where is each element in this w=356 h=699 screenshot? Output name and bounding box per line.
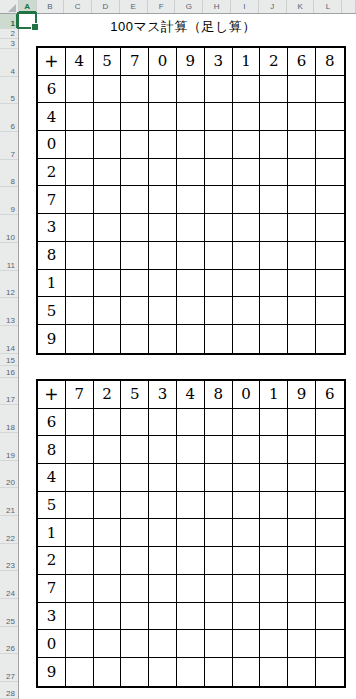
answer-cell[interactable] xyxy=(149,547,177,575)
answer-cell[interactable] xyxy=(288,159,316,187)
answer-cell[interactable] xyxy=(288,519,316,547)
answer-cell[interactable] xyxy=(121,159,149,187)
answer-cell[interactable] xyxy=(94,186,122,214)
answer-cell[interactable] xyxy=(233,464,261,492)
answer-cell[interactable] xyxy=(316,76,344,104)
answer-cell[interactable] xyxy=(205,131,233,159)
answer-cell[interactable] xyxy=(177,630,205,658)
grid-row-header[interactable]: 9 xyxy=(38,658,66,686)
answer-cell[interactable] xyxy=(260,603,288,631)
grid-col-header[interactable]: 2 xyxy=(94,381,122,409)
answer-cell[interactable] xyxy=(316,186,344,214)
answer-cell[interactable] xyxy=(66,658,94,686)
answer-cell[interactable] xyxy=(288,214,316,242)
grid-col-header[interactable]: 4 xyxy=(66,48,94,76)
answer-cell[interactable] xyxy=(149,76,177,104)
answer-cell[interactable] xyxy=(288,131,316,159)
answer-cell[interactable] xyxy=(66,436,94,464)
answer-cell[interactable] xyxy=(288,547,316,575)
answer-cell[interactable] xyxy=(121,103,149,131)
grid-col-header[interactable]: 9 xyxy=(288,381,316,409)
answer-cell[interactable] xyxy=(149,492,177,520)
spreadsheet: ABCDEFGHIJKL 123456789101112131415161718… xyxy=(0,0,356,699)
row-header-20[interactable]: 20 xyxy=(0,461,18,489)
answer-cell[interactable] xyxy=(94,436,122,464)
row-header-2[interactable]: 2 xyxy=(0,29,18,39)
answer-cell[interactable] xyxy=(121,131,149,159)
answer-cell[interactable] xyxy=(316,603,344,631)
answer-cell[interactable] xyxy=(260,103,288,131)
answer-cell[interactable] xyxy=(288,630,316,658)
answer-cell[interactable] xyxy=(288,409,316,437)
answer-cell[interactable] xyxy=(66,270,94,298)
answer-cell[interactable] xyxy=(316,409,344,437)
answer-cell[interactable] xyxy=(233,242,261,270)
grid-col-header[interactable]: 1 xyxy=(260,381,288,409)
answer-cell[interactable] xyxy=(260,658,288,686)
column-header-E[interactable]: E xyxy=(120,0,148,13)
addition-grid-upper: +45709312686402738159 xyxy=(36,46,346,355)
answer-cell[interactable] xyxy=(66,409,94,437)
answer-cell[interactable] xyxy=(260,214,288,242)
answer-cell[interactable] xyxy=(66,242,94,270)
answer-cell[interactable] xyxy=(94,297,122,325)
answer-cell[interactable] xyxy=(288,575,316,603)
answer-cell[interactable] xyxy=(121,519,149,547)
fill-handle[interactable] xyxy=(31,23,39,31)
answer-cell[interactable] xyxy=(149,159,177,187)
select-all-icon xyxy=(8,4,16,12)
answer-cell[interactable] xyxy=(66,325,94,353)
grid-row-header[interactable]: 7 xyxy=(38,575,66,603)
answer-cell[interactable] xyxy=(316,547,344,575)
row-header-7[interactable]: 7 xyxy=(0,132,18,160)
answer-cell[interactable] xyxy=(177,214,205,242)
row-header-24[interactable]: 24 xyxy=(0,571,18,599)
grid-row-header[interactable]: 2 xyxy=(38,547,66,575)
answer-cell[interactable] xyxy=(177,519,205,547)
answer-cell[interactable] xyxy=(94,547,122,575)
answer-cell[interactable] xyxy=(66,76,94,104)
answer-cell[interactable] xyxy=(121,297,149,325)
answer-cell[interactable] xyxy=(149,658,177,686)
answer-cell[interactable] xyxy=(233,658,261,686)
answer-cell[interactable] xyxy=(205,464,233,492)
answer-cell[interactable] xyxy=(121,630,149,658)
answer-cell[interactable] xyxy=(94,519,122,547)
grid-row-header[interactable]: 8 xyxy=(38,242,66,270)
answer-cell[interactable] xyxy=(94,103,122,131)
grid-col-header[interactable]: 3 xyxy=(149,381,177,409)
grid-col-header[interactable]: 7 xyxy=(66,381,94,409)
column-header-row: ABCDEFGHIJKL xyxy=(0,0,356,14)
answer-cell[interactable] xyxy=(177,464,205,492)
row-header-25[interactable]: 25 xyxy=(0,599,18,627)
answer-cell[interactable] xyxy=(149,214,177,242)
grid-row-header[interactable]: 2 xyxy=(38,159,66,187)
grid-row-header[interactable]: 5 xyxy=(38,492,66,520)
answer-cell[interactable] xyxy=(177,131,205,159)
answer-cell[interactable] xyxy=(149,630,177,658)
answer-cell[interactable] xyxy=(121,436,149,464)
grid-col-header[interactable]: 4 xyxy=(177,381,205,409)
answer-cell[interactable] xyxy=(94,464,122,492)
column-header-I[interactable]: I xyxy=(231,0,259,13)
grid-row-header[interactable]: 0 xyxy=(38,630,66,658)
column-header-C[interactable]: C xyxy=(64,0,92,13)
row-header-3[interactable]: 3 xyxy=(0,39,18,49)
answer-cell[interactable] xyxy=(260,492,288,520)
grid-row-header[interactable]: 0 xyxy=(38,131,66,159)
row-header-5[interactable]: 5 xyxy=(0,77,18,105)
answer-cell[interactable] xyxy=(177,76,205,104)
answer-cell[interactable] xyxy=(260,409,288,437)
answer-cell[interactable] xyxy=(260,436,288,464)
row-header-1[interactable]: 1 xyxy=(0,14,18,29)
operator-cell[interactable]: + xyxy=(38,48,66,76)
grid-row-header[interactable]: 5 xyxy=(38,297,66,325)
worksheet-title[interactable]: 100マス計算（足し算） xyxy=(30,20,336,34)
answer-cell[interactable] xyxy=(260,159,288,187)
grid-row-header[interactable]: 3 xyxy=(38,214,66,242)
answer-cell[interactable] xyxy=(233,630,261,658)
answer-cell[interactable] xyxy=(94,131,122,159)
answer-cell[interactable] xyxy=(121,603,149,631)
answer-cell[interactable] xyxy=(177,270,205,298)
answer-cell[interactable] xyxy=(288,297,316,325)
grid-col-header[interactable]: 1 xyxy=(233,48,261,76)
answer-cell[interactable] xyxy=(66,492,94,520)
answer-cell[interactable] xyxy=(121,575,149,603)
row-header-18[interactable]: 18 xyxy=(0,405,18,433)
grid-col-header[interactable]: 0 xyxy=(233,381,261,409)
answer-cell[interactable] xyxy=(260,242,288,270)
answer-cell[interactable] xyxy=(233,103,261,131)
answer-cell[interactable] xyxy=(205,186,233,214)
grid-row-header[interactable]: 6 xyxy=(38,76,66,104)
answer-cell[interactable] xyxy=(233,436,261,464)
answer-cell[interactable] xyxy=(121,464,149,492)
row-header-6[interactable]: 6 xyxy=(0,104,18,132)
answer-cell[interactable] xyxy=(205,436,233,464)
answer-cell[interactable] xyxy=(66,159,94,187)
answer-cell[interactable] xyxy=(205,242,233,270)
answer-cell[interactable] xyxy=(94,409,122,437)
column-header-H[interactable]: H xyxy=(203,0,231,13)
answer-cell[interactable] xyxy=(233,492,261,520)
answer-cell[interactable] xyxy=(316,297,344,325)
operator-cell[interactable]: + xyxy=(38,381,66,409)
answer-cell[interactable] xyxy=(66,131,94,159)
answer-cell[interactable] xyxy=(260,186,288,214)
answer-cell[interactable] xyxy=(66,297,94,325)
row-header-10[interactable]: 10 xyxy=(0,215,18,243)
answer-cell[interactable] xyxy=(177,409,205,437)
answer-cell[interactable] xyxy=(316,242,344,270)
answer-cell[interactable] xyxy=(260,131,288,159)
answer-cell[interactable] xyxy=(149,325,177,353)
row-header-28[interactable]: 28 xyxy=(0,682,18,699)
answer-cell[interactable] xyxy=(233,270,261,298)
answer-cell[interactable] xyxy=(316,658,344,686)
grid-row-header[interactable]: 4 xyxy=(38,464,66,492)
answer-cell[interactable] xyxy=(205,658,233,686)
answer-cell[interactable] xyxy=(177,103,205,131)
grid-row-header[interactable]: 1 xyxy=(38,270,66,298)
answer-cell[interactable] xyxy=(260,464,288,492)
answer-cell[interactable] xyxy=(288,464,316,492)
answer-cell[interactable] xyxy=(233,547,261,575)
grid-col-header[interactable]: 8 xyxy=(205,381,233,409)
answer-cell[interactable] xyxy=(205,270,233,298)
answer-cell[interactable] xyxy=(149,409,177,437)
answer-cell[interactable] xyxy=(149,242,177,270)
column-header-filler xyxy=(342,0,356,13)
answer-cell[interactable] xyxy=(66,575,94,603)
answer-cell[interactable] xyxy=(316,575,344,603)
grid-col-header[interactable]: 0 xyxy=(149,48,177,76)
row-header-4[interactable]: 4 xyxy=(0,49,18,77)
answer-cell[interactable] xyxy=(205,76,233,104)
answer-cell[interactable] xyxy=(66,214,94,242)
answer-cell[interactable] xyxy=(121,214,149,242)
answer-cell[interactable] xyxy=(316,131,344,159)
answer-cell[interactable] xyxy=(177,297,205,325)
answer-cell[interactable] xyxy=(177,186,205,214)
answer-cell[interactable] xyxy=(233,519,261,547)
answer-cell[interactable] xyxy=(177,603,205,631)
answer-cell[interactable] xyxy=(94,214,122,242)
answer-cell[interactable] xyxy=(94,492,122,520)
answer-cell[interactable] xyxy=(205,630,233,658)
row-header-15[interactable]: 15 xyxy=(0,354,18,366)
answer-cell[interactable] xyxy=(177,492,205,520)
row-header-8[interactable]: 8 xyxy=(0,160,18,188)
answer-cell[interactable] xyxy=(149,297,177,325)
column-header-G[interactable]: G xyxy=(175,0,203,13)
addition-grid-lower: +72534801966845127309 xyxy=(36,379,346,688)
answer-cell[interactable] xyxy=(288,103,316,131)
answer-cell[interactable] xyxy=(94,270,122,298)
answer-cell[interactable] xyxy=(66,519,94,547)
answer-cell[interactable] xyxy=(149,575,177,603)
answer-cell[interactable] xyxy=(260,325,288,353)
answer-cell[interactable] xyxy=(233,76,261,104)
answer-cell[interactable] xyxy=(260,547,288,575)
answer-cell[interactable] xyxy=(94,325,122,353)
answer-cell[interactable] xyxy=(177,575,205,603)
answer-cell[interactable] xyxy=(205,547,233,575)
row-header-9[interactable]: 9 xyxy=(0,187,18,215)
answer-cell[interactable] xyxy=(316,103,344,131)
answer-cell[interactable] xyxy=(233,325,261,353)
answer-cell[interactable] xyxy=(288,76,316,104)
row-header-21[interactable]: 21 xyxy=(0,488,18,516)
grid-col-header[interactable]: 6 xyxy=(316,381,344,409)
answer-cell[interactable] xyxy=(288,603,316,631)
answer-cell[interactable] xyxy=(94,575,122,603)
answer-cell[interactable] xyxy=(316,325,344,353)
answer-cell[interactable] xyxy=(260,76,288,104)
answer-cell[interactable] xyxy=(121,270,149,298)
grid-row-header[interactable]: 9 xyxy=(38,325,66,353)
answer-cell[interactable] xyxy=(94,76,122,104)
row-header-12[interactable]: 12 xyxy=(0,271,18,299)
answer-cell[interactable] xyxy=(260,575,288,603)
answer-cell[interactable] xyxy=(149,103,177,131)
answer-cell[interactable] xyxy=(316,159,344,187)
grid-col-header[interactable]: 5 xyxy=(121,381,149,409)
answer-cell[interactable] xyxy=(94,603,122,631)
answer-cell[interactable] xyxy=(205,603,233,631)
row-header-22[interactable]: 22 xyxy=(0,516,18,544)
answer-cell[interactable] xyxy=(66,547,94,575)
answer-cell[interactable] xyxy=(149,131,177,159)
grid-col-header[interactable]: 9 xyxy=(177,48,205,76)
answer-cell[interactable] xyxy=(260,270,288,298)
answer-cell[interactable] xyxy=(288,492,316,520)
answer-cell[interactable] xyxy=(66,603,94,631)
answer-cell[interactable] xyxy=(233,131,261,159)
row-header-26[interactable]: 26 xyxy=(0,627,18,655)
grid-col-header[interactable]: 8 xyxy=(316,48,344,76)
grid-col-header[interactable]: 3 xyxy=(205,48,233,76)
answer-cell[interactable] xyxy=(149,603,177,631)
answer-cell[interactable] xyxy=(121,325,149,353)
answer-cell[interactable] xyxy=(177,159,205,187)
answer-cell[interactable] xyxy=(205,325,233,353)
answer-cell[interactable] xyxy=(316,436,344,464)
answer-cell[interactable] xyxy=(177,658,205,686)
answer-cell[interactable] xyxy=(66,186,94,214)
answer-cell[interactable] xyxy=(66,103,94,131)
grid-row-header[interactable]: 6 xyxy=(38,409,66,437)
answer-cell[interactable] xyxy=(121,658,149,686)
answer-cell[interactable] xyxy=(149,519,177,547)
answer-cell[interactable] xyxy=(288,325,316,353)
grid-col-header[interactable]: 5 xyxy=(94,48,122,76)
answer-cell[interactable] xyxy=(121,492,149,520)
answer-cell[interactable] xyxy=(94,242,122,270)
answer-cell[interactable] xyxy=(233,159,261,187)
answer-cell[interactable] xyxy=(205,214,233,242)
row-header-19[interactable]: 19 xyxy=(0,433,18,461)
answer-cell[interactable] xyxy=(288,186,316,214)
answer-cell[interactable] xyxy=(149,464,177,492)
answer-cell[interactable] xyxy=(260,630,288,658)
answer-cell[interactable] xyxy=(177,436,205,464)
answer-cell[interactable] xyxy=(177,325,205,353)
answer-cell[interactable] xyxy=(260,297,288,325)
column-header-B[interactable]: B xyxy=(37,0,65,13)
column-header-D[interactable]: D xyxy=(92,0,120,13)
grid-row-header[interactable]: 1 xyxy=(38,519,66,547)
answer-cell[interactable] xyxy=(121,186,149,214)
answer-cell[interactable] xyxy=(288,270,316,298)
answer-cell[interactable] xyxy=(233,186,261,214)
answer-cell[interactable] xyxy=(233,297,261,325)
answer-cell[interactable] xyxy=(94,658,122,686)
active-cell-selection xyxy=(17,12,37,29)
answer-cell[interactable] xyxy=(66,464,94,492)
answer-cell[interactable] xyxy=(260,519,288,547)
answer-cell[interactable] xyxy=(94,630,122,658)
row-header-23[interactable]: 23 xyxy=(0,544,18,572)
grid-col-header[interactable]: 7 xyxy=(121,48,149,76)
answer-cell[interactable] xyxy=(205,103,233,131)
answer-cell[interactable] xyxy=(233,214,261,242)
row-header-11[interactable]: 11 xyxy=(0,243,18,271)
answer-cell[interactable] xyxy=(288,658,316,686)
column-header-J[interactable]: J xyxy=(259,0,287,13)
answer-cell[interactable] xyxy=(177,242,205,270)
column-header-K[interactable]: K xyxy=(287,0,315,13)
answer-cell[interactable] xyxy=(288,436,316,464)
grid-row-header[interactable]: 7 xyxy=(38,186,66,214)
row-header-column: 1234567891011121314151617181920212223242… xyxy=(0,14,19,699)
answer-cell[interactable] xyxy=(316,492,344,520)
grid-row-header[interactable]: 8 xyxy=(38,436,66,464)
row-header-16[interactable]: 16 xyxy=(0,366,18,378)
answer-cell[interactable] xyxy=(316,630,344,658)
row-header-14[interactable]: 14 xyxy=(0,326,18,354)
answer-cell[interactable] xyxy=(121,547,149,575)
row-header-27[interactable]: 27 xyxy=(0,654,18,682)
answer-cell[interactable] xyxy=(316,270,344,298)
grid-row-header[interactable]: 4 xyxy=(38,103,66,131)
row-header-17[interactable]: 17 xyxy=(0,378,18,406)
answer-cell[interactable] xyxy=(94,159,122,187)
answer-cell[interactable] xyxy=(316,464,344,492)
answer-cell[interactable] xyxy=(205,575,233,603)
answer-cell[interactable] xyxy=(121,242,149,270)
grid-col-header[interactable]: 2 xyxy=(260,48,288,76)
row-header-13[interactable]: 13 xyxy=(0,298,18,326)
answer-cell[interactable] xyxy=(149,436,177,464)
answer-cell[interactable] xyxy=(288,242,316,270)
answer-cell[interactable] xyxy=(205,492,233,520)
answer-cell[interactable] xyxy=(233,575,261,603)
answer-cell[interactable] xyxy=(121,76,149,104)
answer-cell[interactable] xyxy=(233,603,261,631)
answer-cell[interactable] xyxy=(121,409,149,437)
column-header-F[interactable]: F xyxy=(148,0,176,13)
answer-cell[interactable] xyxy=(205,297,233,325)
grid-row-header[interactable]: 3 xyxy=(38,603,66,631)
answer-cell[interactable] xyxy=(205,519,233,547)
answer-cell[interactable] xyxy=(66,630,94,658)
answer-cell[interactable] xyxy=(149,270,177,298)
answer-cell[interactable] xyxy=(233,409,261,437)
column-header-L[interactable]: L xyxy=(314,0,342,13)
answer-cell[interactable] xyxy=(205,159,233,187)
answer-cell[interactable] xyxy=(316,214,344,242)
answer-cell[interactable] xyxy=(316,519,344,547)
answer-cell[interactable] xyxy=(205,409,233,437)
answer-cell[interactable] xyxy=(177,547,205,575)
answer-cell[interactable] xyxy=(149,186,177,214)
grid-col-header[interactable]: 6 xyxy=(288,48,316,76)
